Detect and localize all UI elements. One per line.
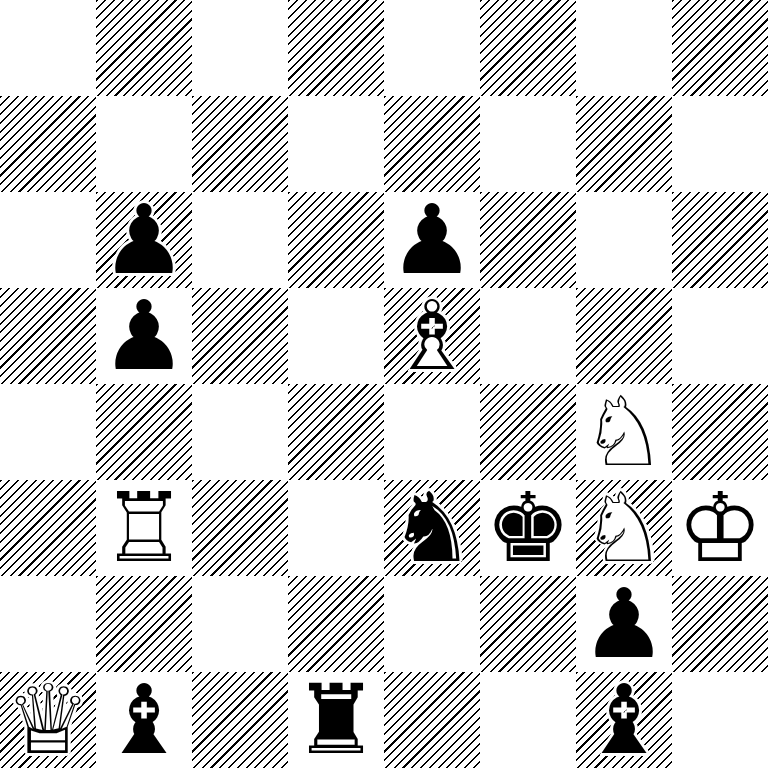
white-rook-b3[interactable]: ♜♖ <box>96 480 192 576</box>
square-c7[interactable] <box>192 96 288 192</box>
square-d2[interactable] <box>288 576 384 672</box>
square-b1[interactable]: ♝♝ <box>96 672 192 768</box>
piece-glyph: ♕ <box>0 672 96 768</box>
square-c2[interactable] <box>192 576 288 672</box>
square-e5[interactable]: ♝♗ <box>384 288 480 384</box>
piece-glyph: ♝ <box>576 672 672 768</box>
square-d3[interactable] <box>288 480 384 576</box>
square-f2[interactable] <box>480 576 576 672</box>
square-b3[interactable]: ♜♖ <box>96 480 192 576</box>
square-f4[interactable] <box>480 384 576 480</box>
square-c8[interactable] <box>192 0 288 96</box>
white-king-h3[interactable]: ♚♔ <box>672 480 768 576</box>
black-bishop-b1[interactable]: ♝♝ <box>96 672 192 768</box>
square-f8[interactable] <box>480 0 576 96</box>
piece-glyph: ♜ <box>288 672 384 768</box>
square-d1[interactable]: ♜♜ <box>288 672 384 768</box>
black-knight-e3[interactable]: ♞♞ <box>384 480 480 576</box>
square-a8[interactable] <box>0 0 96 96</box>
square-e6[interactable]: ♟♟ <box>384 192 480 288</box>
square-c3[interactable] <box>192 480 288 576</box>
black-rook-d1[interactable]: ♜♜ <box>288 672 384 768</box>
square-a1[interactable]: ♛♕ <box>0 672 96 768</box>
square-h5[interactable] <box>672 288 768 384</box>
square-a6[interactable] <box>0 192 96 288</box>
black-pawn-g2[interactable]: ♟♟ <box>576 576 672 672</box>
square-e4[interactable] <box>384 384 480 480</box>
square-c5[interactable] <box>192 288 288 384</box>
square-h2[interactable] <box>672 576 768 672</box>
piece-glyph: ♖ <box>96 480 192 576</box>
square-a5[interactable] <box>0 288 96 384</box>
square-d7[interactable] <box>288 96 384 192</box>
square-a7[interactable] <box>0 96 96 192</box>
square-d5[interactable] <box>288 288 384 384</box>
black-pawn-b6[interactable]: ♟♟ <box>96 192 192 288</box>
square-d8[interactable] <box>288 0 384 96</box>
black-pawn-b5[interactable]: ♟♟ <box>96 288 192 384</box>
square-b7[interactable] <box>96 96 192 192</box>
square-g7[interactable] <box>576 96 672 192</box>
square-f1[interactable] <box>480 672 576 768</box>
square-h6[interactable] <box>672 192 768 288</box>
square-g8[interactable] <box>576 0 672 96</box>
square-a4[interactable] <box>0 384 96 480</box>
white-knight-g4[interactable]: ♞♘ <box>576 384 672 480</box>
piece-glyph: ♗ <box>384 288 480 384</box>
piece-glyph: ♟ <box>96 192 192 288</box>
piece-glyph: ♘ <box>576 480 672 576</box>
piece-glyph: ♝ <box>96 672 192 768</box>
square-c1[interactable] <box>192 672 288 768</box>
square-b6[interactable]: ♟♟ <box>96 192 192 288</box>
piece-glyph: ♞ <box>384 480 480 576</box>
square-b2[interactable] <box>96 576 192 672</box>
square-h4[interactable] <box>672 384 768 480</box>
white-knight-g3[interactable]: ♞♘ <box>576 480 672 576</box>
black-bishop-g1[interactable]: ♝♝ <box>576 672 672 768</box>
chess-board: ♟♟♟♟♟♟♝♗♞♘♜♖♞♞♚♚♞♘♚♔♟♟♛♕♝♝♜♜♝♝ <box>0 0 768 768</box>
square-c6[interactable] <box>192 192 288 288</box>
piece-glyph: ♟ <box>96 288 192 384</box>
square-f6[interactable] <box>480 192 576 288</box>
square-e7[interactable] <box>384 96 480 192</box>
square-h7[interactable] <box>672 96 768 192</box>
square-f3[interactable]: ♚♚ <box>480 480 576 576</box>
square-f7[interactable] <box>480 96 576 192</box>
square-g1[interactable]: ♝♝ <box>576 672 672 768</box>
square-b5[interactable]: ♟♟ <box>96 288 192 384</box>
square-d4[interactable] <box>288 384 384 480</box>
square-e1[interactable] <box>384 672 480 768</box>
square-g2[interactable]: ♟♟ <box>576 576 672 672</box>
piece-glyph: ♟ <box>576 576 672 672</box>
square-g6[interactable] <box>576 192 672 288</box>
black-king-f3[interactable]: ♚♚ <box>480 480 576 576</box>
square-g4[interactable]: ♞♘ <box>576 384 672 480</box>
square-g5[interactable] <box>576 288 672 384</box>
square-g3[interactable]: ♞♘ <box>576 480 672 576</box>
piece-glyph: ♘ <box>576 384 672 480</box>
square-h1[interactable] <box>672 672 768 768</box>
piece-glyph: ♔ <box>672 480 768 576</box>
piece-glyph: ♚ <box>480 480 576 576</box>
square-d6[interactable] <box>288 192 384 288</box>
piece-glyph: ♟ <box>384 192 480 288</box>
black-pawn-e6[interactable]: ♟♟ <box>384 192 480 288</box>
square-e2[interactable] <box>384 576 480 672</box>
square-a3[interactable] <box>0 480 96 576</box>
white-queen-a1[interactable]: ♛♕ <box>0 672 96 768</box>
square-c4[interactable] <box>192 384 288 480</box>
square-e3[interactable]: ♞♞ <box>384 480 480 576</box>
white-bishop-e5[interactable]: ♝♗ <box>384 288 480 384</box>
square-h8[interactable] <box>672 0 768 96</box>
square-h3[interactable]: ♚♔ <box>672 480 768 576</box>
square-a2[interactable] <box>0 576 96 672</box>
square-b4[interactable] <box>96 384 192 480</box>
square-e8[interactable] <box>384 0 480 96</box>
square-f5[interactable] <box>480 288 576 384</box>
square-b8[interactable] <box>96 0 192 96</box>
